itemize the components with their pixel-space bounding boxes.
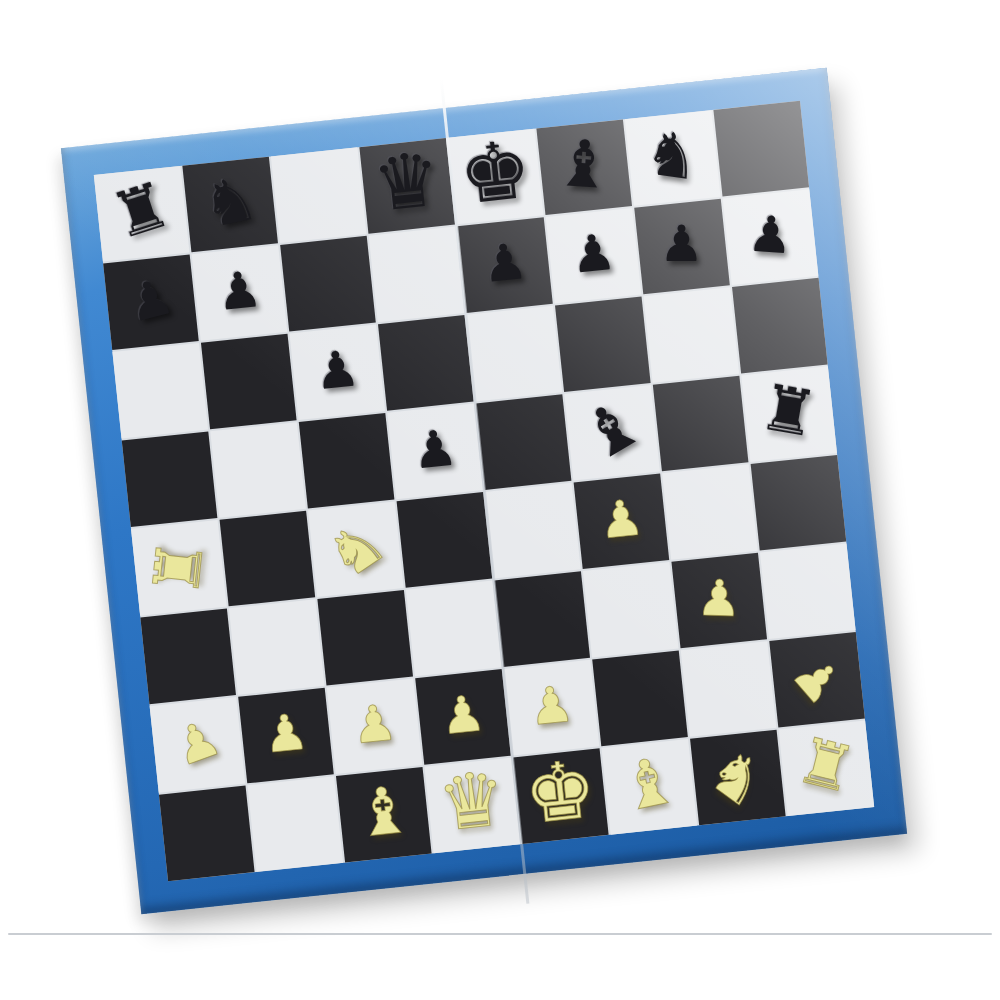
chessboard-blue-frame: ♜♞♛♚♝♞♟♟♟♟♟♟♟♟♝♜♜♞♟♟♟♟♟♟♟♟♝♛♚♝♞♜ [61, 68, 907, 914]
piece-black-pawn-f7[interactable]: ♟ [568, 226, 618, 280]
piece-black-bishop-f8[interactable]: ♝ [553, 130, 616, 199]
square-e7[interactable]: ♟ [457, 217, 553, 313]
piece-black-pawn-g7[interactable]: ♟ [659, 219, 704, 269]
square-a4[interactable]: ♜ [131, 520, 227, 616]
square-d2[interactable]: ♟ [415, 669, 511, 765]
square-c2[interactable]: ♟ [327, 678, 423, 774]
piece-black-king-e8[interactable]: ♚ [455, 129, 535, 216]
piece-white-bishop-c1[interactable]: ♝ [351, 776, 416, 847]
piece-white-pawn-e2[interactable]: ♟ [526, 678, 576, 732]
chessboard[interactable]: ♜♞♛♚♝♞♟♟♟♟♟♟♟♟♝♜♜♞♟♟♟♟♟♟♟♟♝♛♚♝♞♜ [94, 101, 874, 881]
piece-black-bishop-f5[interactable]: ♝ [570, 387, 653, 473]
square-c8[interactable] [271, 147, 367, 243]
square-a5[interactable] [122, 431, 218, 527]
square-f2[interactable] [592, 651, 688, 747]
piece-white-pawn-c2[interactable]: ♟ [349, 697, 399, 751]
piece-black-pawn-a7[interactable]: ♟ [123, 270, 179, 329]
product-photo-scene: ♜♞♛♚♝♞♟♟♟♟♟♟♟♟♝♜♜♞♟♟♟♟♟♟♟♟♝♛♚♝♞♜ [0, 0, 1000, 1000]
square-a7[interactable]: ♟ [103, 254, 199, 350]
square-b3[interactable] [229, 599, 325, 695]
square-f4[interactable]: ♟ [574, 473, 670, 569]
square-g8[interactable]: ♞ [625, 110, 721, 206]
square-g2[interactable] [681, 641, 777, 737]
square-e8[interactable]: ♚ [448, 129, 544, 225]
square-d4[interactable] [397, 492, 493, 588]
piece-black-pawn-c6[interactable]: ♟ [312, 342, 362, 396]
square-h2[interactable]: ♟ [769, 632, 865, 728]
square-d6[interactable] [378, 315, 474, 411]
square-e5[interactable] [476, 394, 572, 490]
piece-black-knight-g8[interactable]: ♞ [641, 121, 704, 189]
square-h6[interactable] [732, 278, 828, 374]
square-f5[interactable]: ♝ [564, 385, 660, 481]
piece-black-rook-h5[interactable]: ♜ [756, 375, 823, 447]
piece-white-rook-a4[interactable]: ♜ [145, 536, 214, 599]
square-d7[interactable] [369, 227, 465, 323]
square-h1[interactable]: ♜ [779, 720, 875, 816]
piece-white-pawn-f4[interactable]: ♟ [596, 492, 646, 546]
square-b7[interactable]: ♟ [192, 245, 288, 341]
square-c5[interactable] [299, 413, 395, 509]
square-g5[interactable] [653, 376, 749, 472]
square-c6[interactable]: ♟ [289, 324, 385, 420]
square-h3[interactable] [760, 543, 856, 639]
square-a2[interactable]: ♟ [150, 697, 246, 793]
square-h8[interactable] [713, 101, 809, 197]
piece-white-pawn-a2[interactable]: ♟ [168, 711, 227, 773]
square-f6[interactable] [555, 296, 651, 392]
piece-black-queen-d8[interactable]: ♛ [369, 141, 444, 223]
square-a1[interactable] [159, 786, 255, 882]
square-c4[interactable]: ♞ [308, 501, 404, 597]
square-h5[interactable]: ♜ [741, 366, 837, 462]
square-g4[interactable] [662, 464, 758, 560]
square-e4[interactable] [485, 483, 581, 579]
square-d1[interactable]: ♛ [424, 758, 520, 854]
square-d5[interactable]: ♟ [387, 404, 483, 500]
square-c7[interactable] [280, 236, 376, 332]
square-c1[interactable]: ♝ [336, 767, 432, 863]
piece-white-pawn-g3[interactable]: ♟ [696, 572, 743, 624]
piece-white-queen-d1[interactable]: ♛ [435, 761, 510, 843]
square-e2[interactable]: ♟ [504, 660, 600, 756]
square-d3[interactable] [406, 581, 502, 677]
piece-black-knight-b8[interactable]: ♞ [197, 166, 263, 237]
piece-white-rook-h1[interactable]: ♜ [791, 728, 861, 803]
piece-black-pawn-d5[interactable]: ♟ [410, 422, 460, 476]
square-b5[interactable] [210, 422, 306, 518]
square-b6[interactable] [201, 334, 297, 430]
square-f3[interactable] [583, 562, 679, 658]
square-b4[interactable] [220, 511, 316, 607]
square-e3[interactable] [494, 571, 590, 667]
square-b2[interactable]: ♟ [238, 688, 334, 784]
piece-black-pawn-h7[interactable]: ♟ [746, 208, 794, 261]
square-e1[interactable]: ♚ [513, 748, 609, 844]
square-b1[interactable] [247, 776, 343, 872]
square-e6[interactable] [466, 306, 562, 402]
square-f7[interactable]: ♟ [546, 208, 642, 304]
piece-white-pawn-h2[interactable]: ♟ [783, 646, 850, 713]
square-g6[interactable] [644, 287, 740, 383]
square-f1[interactable]: ♝ [602, 739, 698, 835]
square-g7[interactable]: ♟ [634, 199, 730, 295]
square-g3[interactable]: ♟ [671, 553, 767, 649]
square-a6[interactable] [112, 343, 208, 439]
piece-white-pawn-d2[interactable]: ♟ [438, 687, 488, 741]
square-g1[interactable]: ♞ [690, 730, 786, 826]
square-h7[interactable]: ♟ [723, 189, 819, 285]
square-b8[interactable]: ♞ [182, 157, 278, 253]
square-h4[interactable] [751, 455, 847, 551]
piece-black-pawn-e7[interactable]: ♟ [480, 235, 530, 289]
piece-white-king-e1[interactable]: ♚ [521, 749, 601, 836]
square-d8[interactable]: ♛ [359, 138, 455, 234]
piece-white-knight-g1[interactable]: ♞ [698, 737, 778, 818]
piece-black-pawn-b7[interactable]: ♟ [214, 263, 264, 317]
piece-black-rook-a8[interactable]: ♜ [105, 172, 178, 249]
piece-white-bishop-f1[interactable]: ♝ [614, 746, 685, 822]
table-edge-line [8, 933, 992, 935]
piece-white-pawn-b2[interactable]: ♟ [261, 706, 311, 760]
square-a3[interactable] [140, 609, 236, 705]
square-a8[interactable]: ♜ [94, 166, 190, 262]
square-c3[interactable] [317, 590, 413, 686]
piece-white-knight-c4[interactable]: ♞ [316, 509, 395, 590]
square-f8[interactable]: ♝ [536, 119, 632, 215]
